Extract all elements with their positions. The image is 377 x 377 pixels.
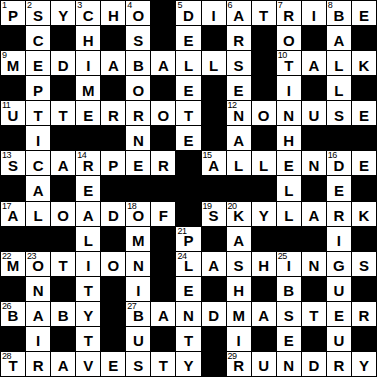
cell-letter: A <box>33 308 44 323</box>
cell-6-13[interactable]: 16D <box>327 151 351 175</box>
black-cell <box>101 327 125 351</box>
cell-letter: U <box>133 333 144 348</box>
cell-letter: R <box>133 108 144 123</box>
cell-2-4[interactable]: A <box>101 51 125 75</box>
cell-5-7[interactable]: E <box>176 126 200 150</box>
cell-letter: L <box>34 208 43 223</box>
cell-0-2[interactable]: Y <box>51 1 75 25</box>
black-cell <box>252 277 276 301</box>
cell-letter: S <box>284 308 294 323</box>
cell-1-7[interactable]: E <box>176 26 200 50</box>
cell-5-1[interactable]: I <box>26 126 50 150</box>
cell-letter: T <box>259 8 268 23</box>
cell-14-14[interactable]: Y <box>352 352 376 376</box>
cell-10-1[interactable]: 23O <box>26 252 50 276</box>
cell-6-2[interactable]: A <box>51 151 75 175</box>
cell-letter: O <box>133 208 145 223</box>
black-cell <box>302 277 326 301</box>
cell-letter: O <box>57 208 69 223</box>
cell-12-12[interactable]: T <box>302 302 326 326</box>
cell-letter: E <box>183 33 193 48</box>
cell-12-13[interactable]: E <box>327 302 351 326</box>
cell-letter: E <box>284 158 294 173</box>
cell-letter: L <box>334 83 343 98</box>
cell-0-7[interactable]: 5D <box>176 1 200 25</box>
black-cell <box>352 277 376 301</box>
cell-6-4[interactable]: P <box>101 151 125 175</box>
cell-10-9[interactable]: S <box>227 252 251 276</box>
cell-letter: Y <box>183 358 193 373</box>
cell-14-11[interactable]: N <box>277 352 301 376</box>
cell-4-4[interactable]: R <box>101 101 125 125</box>
cell-4-5[interactable]: R <box>126 101 150 125</box>
cell-6-11[interactable]: E <box>277 151 301 175</box>
cell-0-13[interactable]: 8B <box>327 1 351 25</box>
cell-10-3[interactable]: I <box>76 252 100 276</box>
black-cell <box>51 126 75 150</box>
cell-letter: E <box>83 108 93 123</box>
cell-letter: R <box>233 358 244 373</box>
cell-2-12[interactable]: A <box>302 51 326 75</box>
cell-0-8[interactable]: I <box>202 1 226 25</box>
black-cell <box>202 352 226 376</box>
cell-letter: U <box>308 108 319 123</box>
cell-12-9[interactable]: M <box>227 302 251 326</box>
cell-letter: A <box>233 8 244 23</box>
cell-8-12[interactable]: A <box>302 202 326 226</box>
cell-6-8[interactable]: 15A <box>202 151 226 175</box>
cell-letter: R <box>158 158 169 173</box>
cell-letter: N <box>133 258 144 273</box>
cell-8-2[interactable]: O <box>51 202 75 226</box>
cell-letter: I <box>36 333 40 348</box>
cell-6-10[interactable]: L <box>252 151 276 175</box>
black-cell <box>51 26 75 50</box>
black-cell <box>76 126 100 150</box>
clue-number: 1 <box>2 1 7 10</box>
cell-8-0[interactable]: 17A <box>1 202 25 226</box>
cell-letter: A <box>83 208 94 223</box>
cell-letter: N <box>33 283 44 298</box>
cell-8-9[interactable]: 20K <box>227 202 251 226</box>
black-cell <box>352 26 376 50</box>
cell-1-5[interactable]: S <box>126 26 150 50</box>
cell-5-11[interactable]: H <box>277 126 301 150</box>
cell-letter: E <box>234 83 244 98</box>
cell-0-10[interactable]: T <box>252 1 276 25</box>
cell-10-12[interactable]: N <box>302 252 326 276</box>
cell-2-9[interactable]: S <box>227 51 251 75</box>
cell-letter: S <box>133 358 143 373</box>
cell-4-12[interactable]: U <box>302 101 326 125</box>
cell-14-12[interactable]: D <box>302 352 326 376</box>
cell-6-0[interactable]: 13S <box>1 151 25 175</box>
cell-letter: I <box>36 133 40 148</box>
black-cell <box>1 176 25 200</box>
cell-letter: T <box>84 333 93 348</box>
cell-10-7[interactable]: 24L <box>176 252 200 276</box>
cell-11-11[interactable]: B <box>277 277 301 301</box>
cell-2-5[interactable]: B <box>126 51 150 75</box>
black-cell <box>202 76 226 100</box>
cell-5-9[interactable]: A <box>227 126 251 150</box>
cell-letter: B <box>283 283 294 298</box>
black-cell <box>302 176 326 200</box>
black-cell <box>151 327 175 351</box>
black-cell <box>151 176 175 200</box>
cell-letter: A <box>8 208 19 223</box>
black-cell <box>1 126 25 150</box>
cell-7-11[interactable]: L <box>277 176 301 200</box>
cell-letter: E <box>183 133 193 148</box>
cell-letter: L <box>259 158 268 173</box>
cell-14-1[interactable]: R <box>26 352 50 376</box>
black-cell <box>252 227 276 251</box>
cell-letter: T <box>84 283 93 298</box>
cell-8-1[interactable]: L <box>26 202 50 226</box>
cell-2-3[interactable]: I <box>76 51 100 75</box>
cell-letter: T <box>34 108 43 123</box>
cell-letter: U <box>8 108 19 123</box>
cell-9-13[interactable]: I <box>327 227 351 251</box>
cell-letter: I <box>211 8 215 23</box>
cell-8-10[interactable]: Y <box>252 202 276 226</box>
cell-3-11[interactable]: I <box>277 76 301 100</box>
cell-12-10[interactable]: A <box>252 302 276 326</box>
cell-letter: S <box>334 108 344 123</box>
cell-1-9[interactable]: R <box>227 26 251 50</box>
cell-4-13[interactable]: S <box>327 101 351 125</box>
cell-6-9[interactable]: L <box>227 151 251 175</box>
cell-letter: T <box>59 258 68 273</box>
cell-letter: L <box>334 58 343 73</box>
cell-0-1[interactable]: 2S <box>26 1 50 25</box>
cell-9-7[interactable]: 21P <box>176 227 200 251</box>
cell-7-13[interactable]: E <box>327 176 351 200</box>
cell-11-13[interactable]: U <box>327 277 351 301</box>
cell-6-12[interactable]: N <box>302 151 326 175</box>
cell-14-7[interactable]: Y <box>176 352 200 376</box>
cell-0-0[interactable]: 1P <box>1 1 25 25</box>
cell-10-2[interactable]: T <box>51 252 75 276</box>
cell-letter: L <box>284 208 293 223</box>
black-cell <box>202 277 226 301</box>
cell-letter: R <box>283 8 294 23</box>
cell-letter: A <box>208 158 219 173</box>
cell-11-5[interactable]: I <box>126 277 150 301</box>
cell-letter: Y <box>259 208 269 223</box>
cell-letter: A <box>33 183 44 198</box>
cell-letter: P <box>33 83 43 98</box>
cell-14-4[interactable]: E <box>101 352 125 376</box>
cell-13-9[interactable]: I <box>227 327 251 351</box>
cell-12-8[interactable]: D <box>202 302 226 326</box>
cell-letter: L <box>284 183 293 198</box>
cell-10-10[interactable]: H <box>252 252 276 276</box>
cell-letter: T <box>184 108 193 123</box>
black-cell <box>252 51 276 75</box>
cell-12-5[interactable]: 27B <box>126 302 150 326</box>
black-cell <box>101 176 125 200</box>
cell-letter: N <box>308 158 319 173</box>
cell-8-8[interactable]: 19S <box>202 202 226 226</box>
cell-6-14[interactable]: E <box>352 151 376 175</box>
cell-1-1[interactable]: C <box>26 26 50 50</box>
cell-4-11[interactable]: N <box>277 101 301 125</box>
cell-letter: I <box>287 83 291 98</box>
cell-1-3[interactable]: H <box>76 26 100 50</box>
cell-10-4[interactable]: O <box>101 252 125 276</box>
cell-letter: S <box>234 258 244 273</box>
cell-letter: T <box>284 58 293 73</box>
black-cell <box>1 76 25 100</box>
cell-letter: U <box>333 283 344 298</box>
black-cell <box>202 176 226 200</box>
clue-number: 4 <box>127 1 132 10</box>
cell-letter: I <box>86 258 90 273</box>
black-cell <box>1 327 25 351</box>
cell-11-1[interactable]: N <box>26 277 50 301</box>
cell-letter: E <box>108 358 118 373</box>
cell-letter: M <box>7 58 20 73</box>
cell-7-1[interactable]: A <box>26 176 50 200</box>
black-cell <box>151 126 175 150</box>
cell-letter: C <box>33 33 44 48</box>
black-cell <box>51 76 75 100</box>
cell-12-1[interactable]: A <box>26 302 50 326</box>
cell-letter: N <box>283 358 294 373</box>
cell-letter: U <box>333 333 344 348</box>
cell-12-3[interactable]: Y <box>76 302 100 326</box>
black-cell <box>101 76 125 100</box>
cell-8-6[interactable]: F <box>151 202 175 226</box>
cell-10-8[interactable]: A <box>202 252 226 276</box>
cell-10-0[interactable]: 22M <box>1 252 25 276</box>
cell-letter: A <box>208 258 219 273</box>
black-cell <box>302 26 326 50</box>
cell-13-1[interactable]: I <box>26 327 50 351</box>
cell-0-3[interactable]: 3C <box>76 1 100 25</box>
cell-6-6[interactable]: R <box>151 151 175 175</box>
cell-8-4[interactable]: D <box>101 202 125 226</box>
cell-letter: T <box>59 108 68 123</box>
cell-12-11[interactable]: S <box>277 302 301 326</box>
cell-4-10[interactable]: O <box>252 101 276 125</box>
black-cell <box>302 227 326 251</box>
cell-11-7[interactable]: E <box>176 277 200 301</box>
cell-letter: H <box>233 283 244 298</box>
black-cell <box>302 126 326 150</box>
cell-letter: E <box>334 183 344 198</box>
cell-14-5[interactable]: S <box>126 352 150 376</box>
black-cell <box>101 302 125 326</box>
cell-5-5[interactable]: N <box>126 126 150 150</box>
cell-13-5[interactable]: U <box>126 327 150 351</box>
cell-letter: A <box>233 133 244 148</box>
cell-3-5[interactable]: O <box>126 76 150 100</box>
black-cell <box>51 227 75 251</box>
cell-9-3[interactable]: L <box>76 227 100 251</box>
cell-10-14[interactable]: S <box>352 252 376 276</box>
cell-letter: E <box>133 158 143 173</box>
cell-letter: H <box>108 8 119 23</box>
cell-10-11[interactable]: 25I <box>277 252 301 276</box>
cell-2-2[interactable]: D <box>51 51 75 75</box>
black-cell <box>202 126 226 150</box>
cell-letter: A <box>108 58 119 73</box>
cell-2-13[interactable]: L <box>327 51 351 75</box>
cell-8-11[interactable]: L <box>277 202 301 226</box>
cell-11-3[interactable]: T <box>76 277 100 301</box>
cell-letter: A <box>308 58 319 73</box>
cell-3-9[interactable]: E <box>227 76 251 100</box>
cell-0-12[interactable]: I <box>302 1 326 25</box>
cell-letter: H <box>83 33 94 48</box>
cell-1-11[interactable]: O <box>277 26 301 50</box>
cell-12-6[interactable]: A <box>151 302 175 326</box>
cell-letter: L <box>184 58 193 73</box>
cell-7-3[interactable]: E <box>76 176 100 200</box>
cell-4-3[interactable]: E <box>76 101 100 125</box>
cell-4-14[interactable]: E <box>352 101 376 125</box>
cell-0-9[interactable]: 6A <box>227 1 251 25</box>
cell-letter: K <box>359 208 370 223</box>
cell-letter: P <box>183 233 193 248</box>
cell-0-4[interactable]: H <box>101 1 125 25</box>
cell-13-7[interactable]: T <box>176 327 200 351</box>
cell-letter: L <box>234 158 243 173</box>
cell-2-11[interactable]: 10T <box>277 51 301 75</box>
cell-2-14[interactable]: K <box>352 51 376 75</box>
cell-13-3[interactable]: T <box>76 327 100 351</box>
black-cell <box>151 227 175 251</box>
black-cell <box>227 176 251 200</box>
cell-12-7[interactable]: N <box>176 302 200 326</box>
clue-number: 5 <box>177 1 182 10</box>
cell-9-5[interactable]: M <box>126 227 150 251</box>
cell-2-7[interactable]: L <box>176 51 200 75</box>
cell-letter: S <box>133 33 143 48</box>
cell-letter: V <box>83 358 93 373</box>
cell-14-0[interactable]: 28T <box>1 352 25 376</box>
cell-3-7[interactable]: E <box>176 76 200 100</box>
cell-letter: R <box>33 358 44 373</box>
cell-letter: M <box>82 83 95 98</box>
cell-8-3[interactable]: A <box>76 202 100 226</box>
cell-13-13[interactable]: U <box>327 327 351 351</box>
cell-letter: F <box>159 208 168 223</box>
cell-13-11[interactable]: E <box>277 327 301 351</box>
cell-4-7[interactable]: T <box>176 101 200 125</box>
black-cell <box>352 227 376 251</box>
cell-letter: K <box>359 58 370 73</box>
cell-2-6[interactable]: A <box>151 51 175 75</box>
cell-letter: B <box>133 58 144 73</box>
cell-0-5[interactable]: 4O <box>126 1 150 25</box>
cell-letter: R <box>83 158 94 173</box>
cell-1-13[interactable]: A <box>327 26 351 50</box>
cell-9-9[interactable]: A <box>227 227 251 251</box>
cell-3-13[interactable]: L <box>327 76 351 100</box>
cell-4-9[interactable]: 12N <box>227 101 251 125</box>
black-cell <box>176 202 200 226</box>
black-cell <box>352 126 376 150</box>
cell-14-13[interactable]: R <box>327 352 351 376</box>
cell-8-14[interactable]: K <box>352 202 376 226</box>
cell-letter: A <box>258 308 269 323</box>
cell-3-3[interactable]: M <box>76 76 100 100</box>
cell-letter: N <box>283 108 294 123</box>
cell-6-5[interactable]: E <box>126 151 150 175</box>
cell-6-1[interactable]: C <box>26 151 50 175</box>
cell-8-5[interactable]: 18O <box>126 202 150 226</box>
black-cell <box>252 126 276 150</box>
cell-letter: D <box>58 58 69 73</box>
cell-letter: T <box>184 333 193 348</box>
cell-3-1[interactable]: P <box>26 76 50 100</box>
cell-letter: T <box>309 308 318 323</box>
cell-12-2[interactable]: B <box>51 302 75 326</box>
black-cell <box>302 327 326 351</box>
cell-6-3[interactable]: 14R <box>76 151 100 175</box>
cell-14-2[interactable]: A <box>51 352 75 376</box>
cell-letter: P <box>8 8 18 23</box>
cell-letter: N <box>183 308 194 323</box>
black-cell <box>352 327 376 351</box>
cell-letter: O <box>258 108 270 123</box>
cell-2-1[interactable]: E <box>26 51 50 75</box>
cell-10-5[interactable]: N <box>126 252 150 276</box>
cell-14-6[interactable]: T <box>151 352 175 376</box>
black-cell <box>252 327 276 351</box>
cell-11-9[interactable]: H <box>227 277 251 301</box>
cell-letter: M <box>7 258 20 273</box>
cell-letter: D <box>333 158 344 173</box>
cell-letter: U <box>258 358 269 373</box>
cell-letter: S <box>33 8 43 23</box>
black-cell <box>101 26 125 50</box>
black-cell <box>101 126 125 150</box>
cell-14-9[interactable]: 29R <box>227 352 251 376</box>
cell-12-14[interactable]: R <box>352 302 376 326</box>
cell-2-8[interactable]: L <box>202 51 226 75</box>
cell-letter: E <box>183 283 193 298</box>
cell-letter: E <box>183 83 193 98</box>
cell-letter: Y <box>359 358 369 373</box>
cell-8-13[interactable]: R <box>327 202 351 226</box>
black-cell <box>51 327 75 351</box>
black-cell <box>51 277 75 301</box>
cell-letter: I <box>237 333 241 348</box>
cell-12-0[interactable]: 26B <box>1 302 25 326</box>
cell-2-0[interactable]: 9M <box>1 51 25 75</box>
cell-4-0[interactable]: 11U <box>1 101 25 125</box>
cell-14-3[interactable]: V <box>76 352 100 376</box>
cell-4-6[interactable]: O <box>151 101 175 125</box>
cell-10-13[interactable]: G <box>327 252 351 276</box>
cell-letter: A <box>308 208 319 223</box>
cell-letter: Y <box>83 308 93 323</box>
cell-4-1[interactable]: T <box>26 101 50 125</box>
cell-letter: R <box>108 108 119 123</box>
cell-4-2[interactable]: T <box>51 101 75 125</box>
cell-0-11[interactable]: 7R <box>277 1 301 25</box>
cell-0-14[interactable]: E <box>352 1 376 25</box>
cell-letter: C <box>83 8 94 23</box>
clue-number: 3 <box>77 1 82 10</box>
cell-letter: B <box>333 8 344 23</box>
cell-14-10[interactable]: U <box>252 352 276 376</box>
